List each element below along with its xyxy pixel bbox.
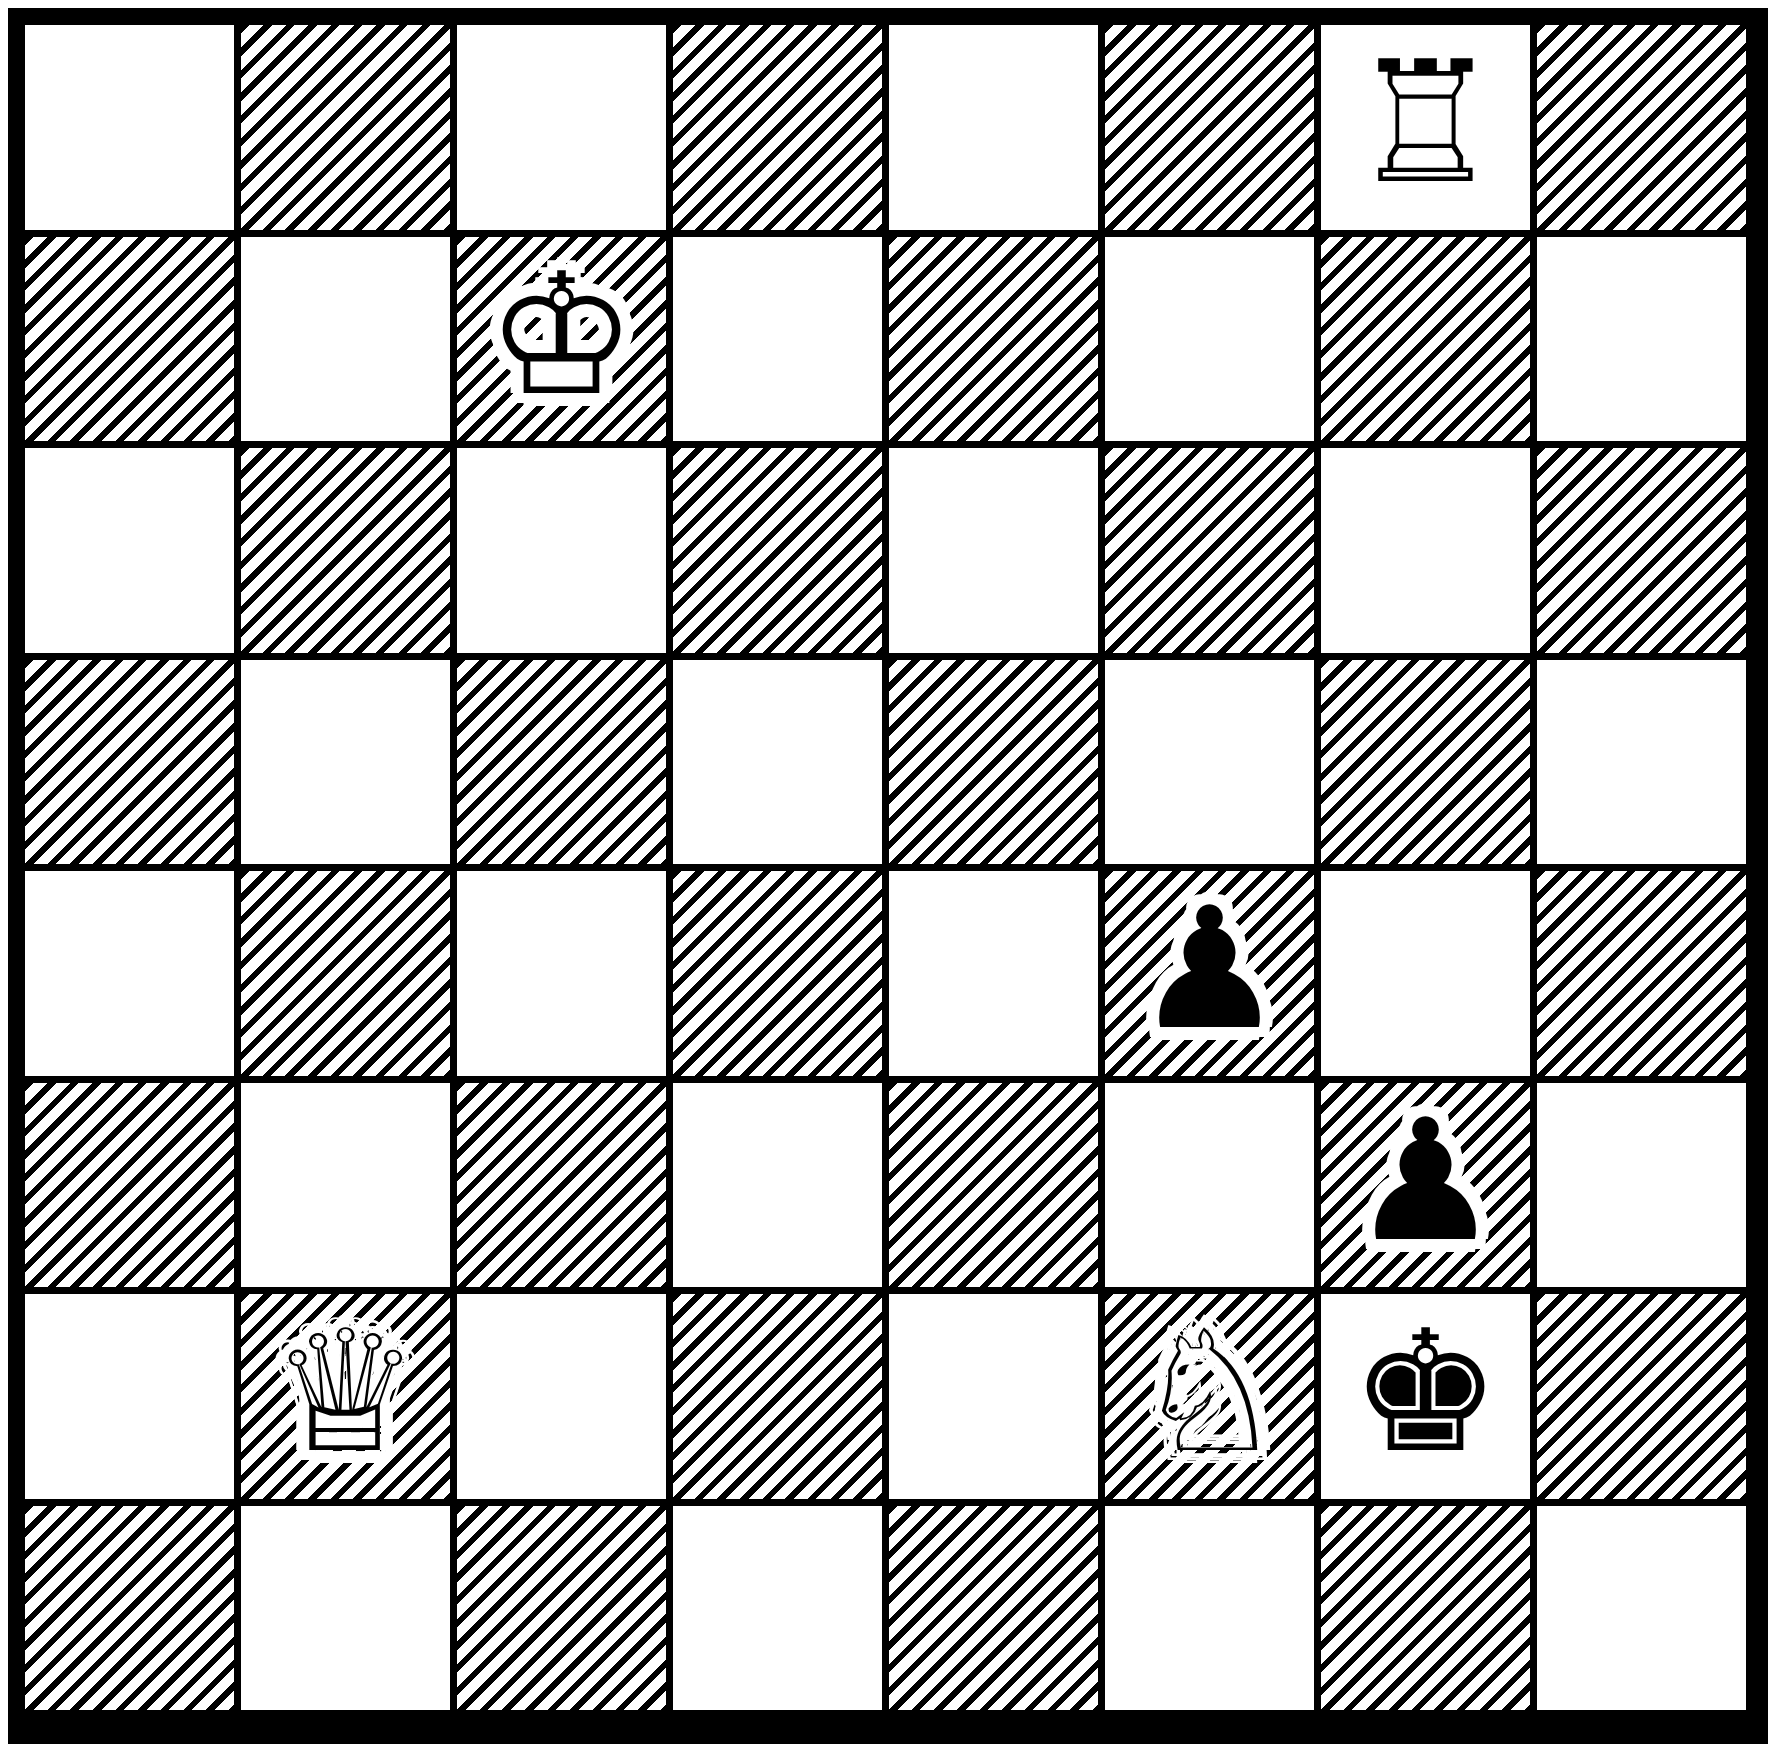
square-d5[interactable]	[673, 660, 882, 865]
black-king: ♚	[1350, 1308, 1501, 1476]
square-h8[interactable]	[1537, 25, 1746, 230]
square-f5[interactable]	[1105, 660, 1314, 865]
square-a4[interactable]	[25, 871, 234, 1076]
square-b7[interactable]	[241, 237, 450, 442]
square-b6[interactable]	[241, 448, 450, 653]
square-f4[interactable]: ♟	[1105, 871, 1314, 1076]
chess-board: ♖♔♟♟♕♘♚	[25, 25, 1746, 1710]
square-d6[interactable]	[673, 448, 882, 653]
square-e4[interactable]	[889, 871, 1098, 1076]
square-c6[interactable]	[457, 448, 666, 653]
square-g2[interactable]: ♚	[1321, 1294, 1530, 1499]
square-g4[interactable]	[1321, 871, 1530, 1076]
square-d2[interactable]	[673, 1294, 882, 1499]
square-f8[interactable]	[1105, 25, 1314, 230]
square-c4[interactable]	[457, 871, 666, 1076]
square-a1[interactable]	[25, 1506, 234, 1711]
square-a3[interactable]	[25, 1083, 234, 1288]
square-c1[interactable]	[457, 1506, 666, 1711]
square-f3[interactable]	[1105, 1083, 1314, 1288]
square-e5[interactable]	[889, 660, 1098, 865]
square-h1[interactable]	[1537, 1506, 1746, 1711]
square-a5[interactable]	[25, 660, 234, 865]
black-pawn: ♟	[1350, 1097, 1501, 1265]
square-h3[interactable]	[1537, 1083, 1746, 1288]
square-g3[interactable]: ♟	[1321, 1083, 1530, 1288]
square-c3[interactable]	[457, 1083, 666, 1288]
square-e8[interactable]	[889, 25, 1098, 230]
square-h2[interactable]	[1537, 1294, 1746, 1499]
square-h4[interactable]	[1537, 871, 1746, 1076]
white-rook: ♖	[1350, 39, 1501, 207]
square-e1[interactable]	[889, 1506, 1098, 1711]
square-a2[interactable]	[25, 1294, 234, 1499]
square-b1[interactable]	[241, 1506, 450, 1711]
square-g7[interactable]	[1321, 237, 1530, 442]
square-f6[interactable]	[1105, 448, 1314, 653]
square-d7[interactable]	[673, 237, 882, 442]
square-b5[interactable]	[241, 660, 450, 865]
square-d8[interactable]	[673, 25, 882, 230]
square-e2[interactable]	[889, 1294, 1098, 1499]
square-d1[interactable]	[673, 1506, 882, 1711]
square-b3[interactable]	[241, 1083, 450, 1288]
square-a8[interactable]	[25, 25, 234, 230]
square-f1[interactable]	[1105, 1506, 1314, 1711]
square-e6[interactable]	[889, 448, 1098, 653]
square-c7[interactable]: ♔	[457, 237, 666, 442]
square-b4[interactable]	[241, 871, 450, 1076]
square-b2[interactable]: ♕	[241, 1294, 450, 1499]
square-c5[interactable]	[457, 660, 666, 865]
square-d3[interactable]	[673, 1083, 882, 1288]
square-g8[interactable]: ♖	[1321, 25, 1530, 230]
square-c2[interactable]	[457, 1294, 666, 1499]
square-h5[interactable]	[1537, 660, 1746, 865]
white-king: ♔	[486, 251, 637, 419]
square-f7[interactable]	[1105, 237, 1314, 442]
black-pawn: ♟	[1134, 885, 1285, 1053]
square-d4[interactable]	[673, 871, 882, 1076]
square-h7[interactable]	[1537, 237, 1746, 442]
square-h6[interactable]	[1537, 448, 1746, 653]
square-e7[interactable]	[889, 237, 1098, 442]
square-c8[interactable]	[457, 25, 666, 230]
square-a7[interactable]	[25, 237, 234, 442]
square-g1[interactable]	[1321, 1506, 1530, 1711]
square-g5[interactable]	[1321, 660, 1530, 865]
white-knight: ♘	[1134, 1308, 1285, 1476]
square-e3[interactable]	[889, 1083, 1098, 1288]
chess-board-frame: ♖♔♟♟♕♘♚	[8, 8, 1768, 1744]
white-queen: ♕	[270, 1308, 421, 1476]
square-g6[interactable]	[1321, 448, 1530, 653]
square-a6[interactable]	[25, 448, 234, 653]
square-f2[interactable]: ♘	[1105, 1294, 1314, 1499]
square-b8[interactable]	[241, 25, 450, 230]
